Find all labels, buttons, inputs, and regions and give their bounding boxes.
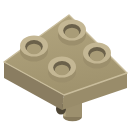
stud-front (48, 57, 76, 83)
product-image: LEGO 2 x 2 plate with pin on bottom, dar… (0, 0, 135, 135)
stud-left (20, 36, 48, 62)
stud-back-hollow-floor (65, 28, 79, 38)
stud-right-hollow-floor (90, 51, 104, 61)
stud-front-hollow-floor (55, 65, 69, 75)
stud-right (83, 43, 111, 69)
stud-back (58, 20, 86, 46)
stud-left-hollow-floor (27, 44, 41, 54)
lego-part-render: LEGO 2 x 2 plate with pin on bottom, dar… (0, 0, 135, 135)
